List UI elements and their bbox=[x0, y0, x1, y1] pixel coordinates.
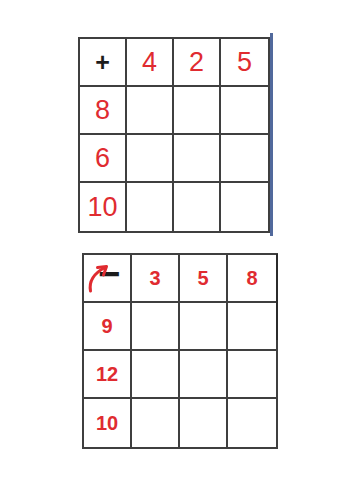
row-header-number: 10 bbox=[87, 194, 117, 221]
answer-cell[interactable] bbox=[174, 135, 221, 183]
col-header-number: 8 bbox=[246, 268, 257, 288]
operator-corner-cell: − bbox=[84, 255, 132, 303]
row-header-cell: 8 bbox=[80, 87, 127, 135]
row-header-number: 6 bbox=[95, 145, 110, 172]
row-header-cell: 12 bbox=[84, 351, 132, 399]
col-header-number: 2 bbox=[189, 49, 204, 76]
col-header-cell: 8 bbox=[228, 255, 276, 303]
red-arrow-icon bbox=[86, 260, 112, 294]
col-header-cell: 2 bbox=[174, 39, 221, 87]
row-header-cell: 9 bbox=[84, 303, 132, 351]
answer-cell[interactable] bbox=[127, 87, 174, 135]
operator-corner-cell: + bbox=[80, 39, 127, 87]
answer-cell[interactable] bbox=[132, 399, 180, 447]
col-header-number: 5 bbox=[237, 49, 252, 76]
answer-cell[interactable] bbox=[221, 183, 268, 231]
row-header-number: 9 bbox=[101, 316, 112, 336]
row-header-cell: 6 bbox=[80, 135, 127, 183]
answer-cell[interactable] bbox=[180, 351, 228, 399]
col-header-number: 3 bbox=[149, 268, 160, 288]
answer-cell[interactable] bbox=[180, 303, 228, 351]
row-header-number: 10 bbox=[96, 413, 118, 433]
row-header-number: 12 bbox=[96, 364, 118, 384]
answer-cell[interactable] bbox=[228, 399, 276, 447]
addition-table: +4258610 bbox=[78, 37, 270, 233]
col-header-cell: 5 bbox=[221, 39, 268, 87]
answer-cell[interactable] bbox=[127, 183, 174, 231]
answer-cell[interactable] bbox=[132, 303, 180, 351]
row-header-cell: 10 bbox=[84, 399, 132, 447]
subtraction-table: −35891210 bbox=[82, 253, 278, 449]
col-header-cell: 3 bbox=[132, 255, 180, 303]
answer-cell[interactable] bbox=[127, 135, 174, 183]
blue-edge-line bbox=[270, 33, 273, 236]
col-header-cell: 4 bbox=[127, 39, 174, 87]
col-header-number: 5 bbox=[197, 268, 208, 288]
answer-cell[interactable] bbox=[221, 87, 268, 135]
row-header-number: 8 bbox=[95, 97, 110, 124]
col-header-cell: 5 bbox=[180, 255, 228, 303]
answer-cell[interactable] bbox=[221, 135, 268, 183]
answer-cell[interactable] bbox=[180, 399, 228, 447]
answer-cell[interactable] bbox=[228, 351, 276, 399]
row-header-cell: 10 bbox=[80, 183, 127, 231]
answer-cell[interactable] bbox=[228, 303, 276, 351]
plus-operator: + bbox=[95, 50, 110, 75]
worksheet-page: +4258610 −35891210 bbox=[0, 0, 340, 480]
col-header-number: 4 bbox=[142, 49, 157, 76]
answer-cell[interactable] bbox=[132, 351, 180, 399]
border-artifact-line bbox=[276, 254, 278, 340]
answer-cell[interactable] bbox=[174, 87, 221, 135]
answer-cell[interactable] bbox=[174, 183, 221, 231]
